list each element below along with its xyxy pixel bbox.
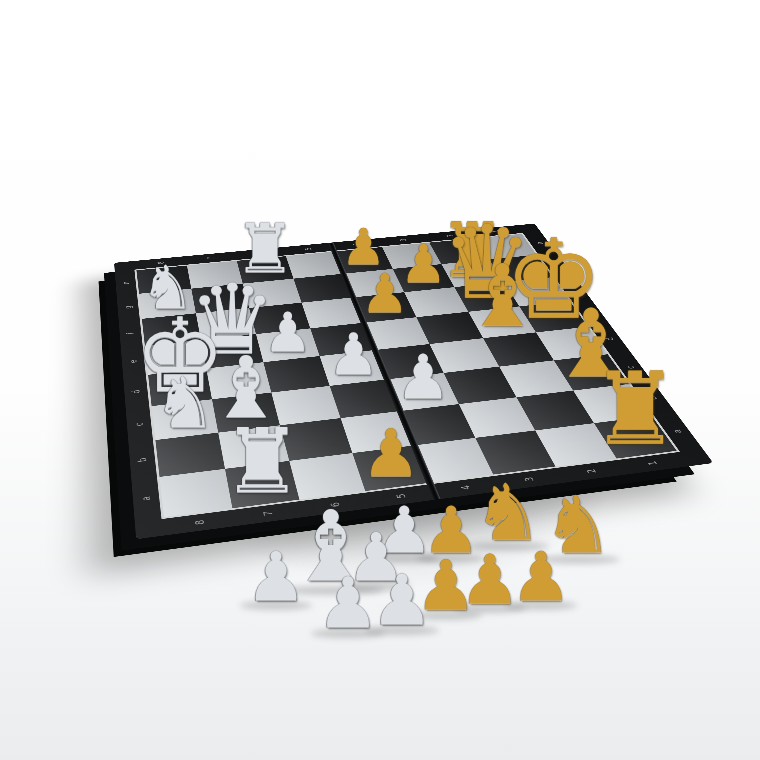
piece-gold-rook-a1[interactable]: ♜ bbox=[566, 359, 705, 458]
captured-silver-pawn-3[interactable]: ♟ bbox=[299, 568, 397, 638]
piece-gold-pawn-a5[interactable]: ♟ bbox=[345, 421, 437, 487]
file-label-top-b: b bbox=[132, 441, 153, 480]
piece-gold-pawn-f4[interactable]: ♟ bbox=[347, 267, 422, 321]
piece-silver-pawn-c4[interactable]: ♟ bbox=[380, 347, 465, 408]
stage: abcdefgh abcdefgh 87654321 87654321 ♞♚♞♜… bbox=[0, 0, 760, 760]
file-label-top-a: a bbox=[135, 478, 157, 521]
